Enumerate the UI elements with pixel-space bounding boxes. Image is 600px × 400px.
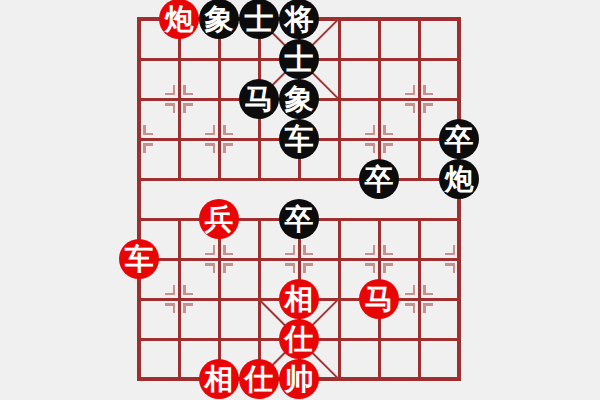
piece-red-advisor[interactable]: 仕 [279,319,319,359]
star-marker [413,85,416,95]
star-marker [413,303,416,313]
star-marker [223,263,226,273]
star-marker [373,263,376,273]
star-marker [143,125,146,135]
piece-black-elephant[interactable]: 象 [199,0,239,39]
xiangqi-app: 炮象士将士马象车卒卒炮兵卒车相马仕相仕帅 [0,0,600,400]
star-marker [293,245,296,255]
star-marker [143,143,146,153]
piece-red-general[interactable]: 帅 [279,359,319,399]
star-marker [213,143,216,153]
grid-line-vertical [418,218,421,381]
star-marker [383,143,386,153]
star-marker [173,285,176,295]
piece-black-general[interactable]: 将 [279,0,319,39]
piece-black-horse[interactable]: 马 [239,79,279,119]
star-marker [423,303,426,313]
grid-line-vertical [378,18,381,181]
star-marker [423,285,426,295]
star-marker [423,103,426,113]
piece-red-chariot[interactable]: 车 [119,239,159,279]
grid-line-vertical [178,218,181,381]
piece-black-pawn[interactable]: 卒 [439,119,479,159]
piece-black-advisor[interactable]: 士 [279,39,319,79]
star-marker [423,85,426,95]
star-marker [173,85,176,95]
grid-line-vertical [418,18,421,181]
xiangqi-board: 炮象士将士马象车卒卒炮兵卒车相马仕相仕帅 [0,0,600,400]
grid-line-vertical [218,218,221,381]
star-marker [373,125,376,135]
star-marker [413,285,416,295]
star-marker [383,245,386,255]
star-marker [213,263,216,273]
star-marker [373,143,376,153]
star-marker [383,263,386,273]
star-marker [293,263,296,273]
piece-red-pawn[interactable]: 兵 [199,199,239,239]
piece-black-elephant[interactable]: 象 [279,79,319,119]
grid-line-vertical [178,18,181,181]
piece-red-elephant[interactable]: 相 [279,279,319,319]
piece-black-pawn[interactable]: 卒 [279,199,319,239]
star-marker [223,245,226,255]
grid-line-vertical [218,18,221,181]
star-marker [453,245,456,255]
star-marker [183,85,186,95]
star-marker [303,263,306,273]
star-marker [373,245,376,255]
piece-black-cannon[interactable]: 炮 [439,159,479,199]
piece-red-horse[interactable]: 马 [359,279,399,319]
star-marker [173,103,176,113]
piece-red-advisor[interactable]: 仕 [239,359,279,399]
piece-black-chariot[interactable]: 车 [279,119,319,159]
star-marker [223,125,226,135]
star-marker [303,245,306,255]
star-marker [453,263,456,273]
star-marker [183,303,186,313]
star-marker [213,245,216,255]
star-marker [223,143,226,153]
piece-black-advisor[interactable]: 士 [239,0,279,39]
star-marker [183,103,186,113]
piece-red-elephant[interactable]: 相 [199,359,239,399]
piece-black-pawn[interactable]: 卒 [359,159,399,199]
star-marker [173,303,176,313]
star-marker [383,125,386,135]
star-marker [183,285,186,295]
star-marker [413,103,416,113]
piece-red-cannon[interactable]: 炮 [159,0,199,39]
star-marker [213,125,216,135]
